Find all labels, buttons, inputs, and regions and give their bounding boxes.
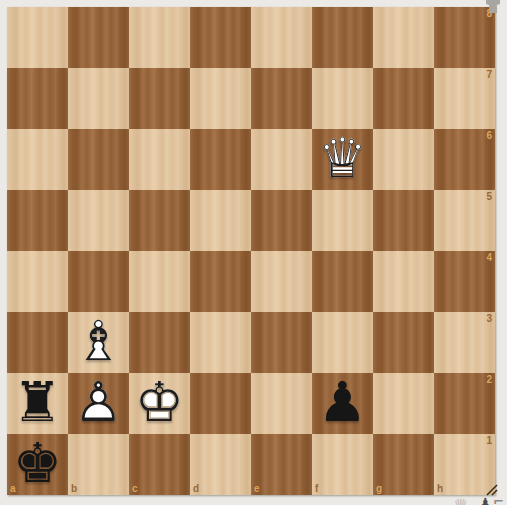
piece-black-rook-a2[interactable]: ♜ bbox=[7, 373, 68, 434]
file-label-e: e bbox=[254, 484, 260, 494]
square-b4[interactable] bbox=[68, 251, 129, 312]
piece-white-bishop-b3[interactable]: ♝♗ bbox=[68, 312, 129, 373]
square-g1[interactable]: g bbox=[373, 434, 434, 495]
square-g7[interactable] bbox=[373, 68, 434, 129]
white-bishop-outline-glyph: ♗ bbox=[68, 312, 129, 373]
square-f8[interactable] bbox=[312, 7, 373, 68]
square-c7[interactable] bbox=[129, 68, 190, 129]
rank-label-5: 5 bbox=[486, 192, 492, 202]
square-a8[interactable] bbox=[7, 7, 68, 68]
square-h3[interactable]: 3 bbox=[434, 312, 495, 373]
rank-label-4: 4 bbox=[486, 253, 492, 263]
square-e7[interactable] bbox=[251, 68, 312, 129]
square-b5[interactable] bbox=[68, 190, 129, 251]
square-g4[interactable] bbox=[373, 251, 434, 312]
square-h5[interactable]: 5 bbox=[434, 190, 495, 251]
square-b1[interactable]: b bbox=[68, 434, 129, 495]
queen-palette-icon[interactable]: ♕ bbox=[453, 495, 468, 505]
black-rook-glyph: ♜ bbox=[7, 373, 68, 434]
square-f3[interactable] bbox=[312, 312, 373, 373]
piece-black-king-a1[interactable]: ♚ bbox=[7, 434, 68, 495]
file-label-b: b bbox=[71, 484, 77, 494]
corner-palette-icon[interactable]: ⌐ bbox=[493, 494, 504, 505]
square-d6[interactable] bbox=[190, 129, 251, 190]
square-d8[interactable] bbox=[190, 7, 251, 68]
square-a7[interactable] bbox=[7, 68, 68, 129]
square-c4[interactable] bbox=[129, 251, 190, 312]
square-f5[interactable] bbox=[312, 190, 373, 251]
black-king-glyph: ♚ bbox=[7, 434, 68, 495]
rank-label-1: 1 bbox=[486, 436, 492, 446]
square-g2[interactable] bbox=[373, 373, 434, 434]
white-king-outline-glyph: ♔ bbox=[129, 373, 190, 434]
pawn-palette-icon[interactable]: ♟ bbox=[479, 495, 492, 505]
square-d7[interactable] bbox=[190, 68, 251, 129]
square-e5[interactable] bbox=[251, 190, 312, 251]
piece-white-pawn-b2[interactable]: ♟♙ bbox=[68, 373, 129, 434]
black-pawn-glyph: ♟ bbox=[312, 373, 373, 434]
square-e6[interactable] bbox=[251, 129, 312, 190]
file-label-h: h bbox=[437, 484, 443, 494]
white-pawn-outline-glyph: ♙ bbox=[68, 373, 129, 434]
square-c5[interactable] bbox=[129, 190, 190, 251]
square-h8[interactable]: 8 bbox=[434, 7, 495, 68]
square-c6[interactable] bbox=[129, 129, 190, 190]
rank-label-6: 6 bbox=[486, 131, 492, 141]
square-g8[interactable] bbox=[373, 7, 434, 68]
square-h4[interactable]: 4 bbox=[434, 251, 495, 312]
square-d5[interactable] bbox=[190, 190, 251, 251]
square-a4[interactable] bbox=[7, 251, 68, 312]
square-a3[interactable] bbox=[7, 312, 68, 373]
file-label-f: f bbox=[315, 484, 318, 494]
rank-label-2: 2 bbox=[486, 375, 492, 385]
page-background: 8765432abcdefg1h♛♕♝♗♜♟♙♚♔♟♚ ♕ ♟ ⌐ bbox=[0, 0, 507, 505]
square-b6[interactable] bbox=[68, 129, 129, 190]
square-g3[interactable] bbox=[373, 312, 434, 373]
square-d1[interactable]: d bbox=[190, 434, 251, 495]
square-d4[interactable] bbox=[190, 251, 251, 312]
square-h2[interactable]: 2 bbox=[434, 373, 495, 434]
piece-black-pawn-f2[interactable]: ♟ bbox=[312, 373, 373, 434]
rank-label-7: 7 bbox=[486, 70, 492, 80]
square-e8[interactable] bbox=[251, 7, 312, 68]
square-a5[interactable] bbox=[7, 190, 68, 251]
square-g5[interactable] bbox=[373, 190, 434, 251]
rank-label-3: 3 bbox=[486, 314, 492, 324]
file-label-g: g bbox=[376, 484, 382, 494]
square-c1[interactable]: c bbox=[129, 434, 190, 495]
square-e3[interactable] bbox=[251, 312, 312, 373]
square-f4[interactable] bbox=[312, 251, 373, 312]
square-g6[interactable] bbox=[373, 129, 434, 190]
file-label-c: c bbox=[132, 484, 138, 494]
piece-white-queen-f6[interactable]: ♛♕ bbox=[312, 129, 373, 190]
square-f1[interactable]: f bbox=[312, 434, 373, 495]
square-h6[interactable]: 6 bbox=[434, 129, 495, 190]
piece-white-king-c2[interactable]: ♚♔ bbox=[129, 373, 190, 434]
file-label-d: d bbox=[193, 484, 199, 494]
square-e4[interactable] bbox=[251, 251, 312, 312]
square-a6[interactable] bbox=[7, 129, 68, 190]
square-c3[interactable] bbox=[129, 312, 190, 373]
chess-board[interactable]: 8765432abcdefg1h♛♕♝♗♜♟♙♚♔♟♚ bbox=[7, 7, 495, 495]
square-e2[interactable] bbox=[251, 373, 312, 434]
square-d3[interactable] bbox=[190, 312, 251, 373]
square-h7[interactable]: 7 bbox=[434, 68, 495, 129]
square-b7[interactable] bbox=[68, 68, 129, 129]
white-queen-outline-glyph: ♕ bbox=[312, 129, 373, 190]
square-b8[interactable] bbox=[68, 7, 129, 68]
square-e1[interactable]: e bbox=[251, 434, 312, 495]
square-d2[interactable] bbox=[190, 373, 251, 434]
square-c8[interactable] bbox=[129, 7, 190, 68]
square-f7[interactable] bbox=[312, 68, 373, 129]
